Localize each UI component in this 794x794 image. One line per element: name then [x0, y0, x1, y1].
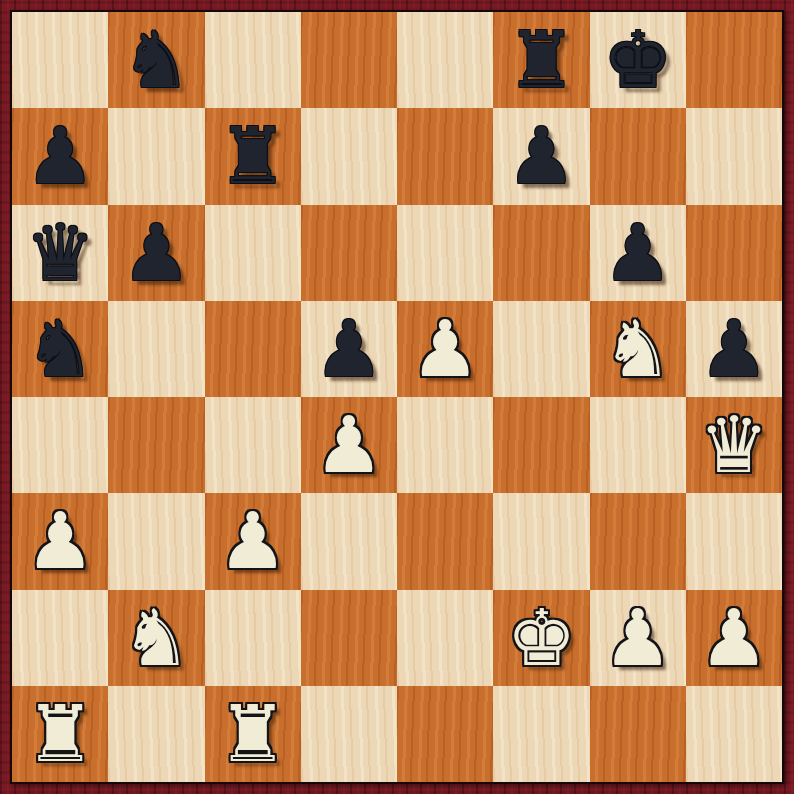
square-h3[interactable] — [686, 493, 782, 589]
square-f7[interactable]: ♟ — [493, 108, 589, 204]
square-g4[interactable] — [590, 397, 686, 493]
square-d7[interactable] — [301, 108, 397, 204]
square-a2[interactable] — [12, 590, 108, 686]
square-h7[interactable] — [686, 108, 782, 204]
square-g7[interactable] — [590, 108, 686, 204]
square-g8[interactable]: ♚ — [590, 12, 686, 108]
square-d8[interactable] — [301, 12, 397, 108]
square-g5[interactable]: ♞ — [590, 301, 686, 397]
square-d3[interactable] — [301, 493, 397, 589]
square-d6[interactable] — [301, 205, 397, 301]
square-h5[interactable]: ♟ — [686, 301, 782, 397]
white-rook-piece[interactable]: ♜ — [218, 686, 288, 782]
black-queen-piece[interactable]: ♛ — [25, 205, 95, 301]
square-h6[interactable] — [686, 205, 782, 301]
white-knight-piece[interactable]: ♞ — [603, 301, 673, 397]
square-b4[interactable] — [108, 397, 204, 493]
square-h2[interactable]: ♟ — [686, 590, 782, 686]
square-f4[interactable] — [493, 397, 589, 493]
square-d2[interactable] — [301, 590, 397, 686]
black-pawn-piece[interactable]: ♟ — [121, 205, 191, 301]
square-a6[interactable]: ♛ — [12, 205, 108, 301]
square-e1[interactable] — [397, 686, 493, 782]
white-pawn-piece[interactable]: ♟ — [218, 493, 288, 589]
square-c2[interactable] — [205, 590, 301, 686]
square-c6[interactable] — [205, 205, 301, 301]
white-pawn-piece[interactable]: ♟ — [25, 493, 95, 589]
square-d1[interactable] — [301, 686, 397, 782]
white-pawn-piece[interactable]: ♟ — [603, 590, 673, 686]
square-e6[interactable] — [397, 205, 493, 301]
white-pawn-piece[interactable]: ♟ — [699, 590, 769, 686]
black-pawn-piece[interactable]: ♟ — [25, 108, 95, 204]
square-f8[interactable]: ♜ — [493, 12, 589, 108]
black-pawn-piece[interactable]: ♟ — [699, 301, 769, 397]
square-f3[interactable] — [493, 493, 589, 589]
square-a5[interactable]: ♞ — [12, 301, 108, 397]
square-b1[interactable] — [108, 686, 204, 782]
square-b6[interactable]: ♟ — [108, 205, 204, 301]
white-knight-piece[interactable]: ♞ — [121, 590, 191, 686]
square-c3[interactable]: ♟ — [205, 493, 301, 589]
black-knight-piece[interactable]: ♞ — [121, 12, 191, 108]
square-f2[interactable]: ♚ — [493, 590, 589, 686]
square-f5[interactable] — [493, 301, 589, 397]
square-h8[interactable] — [686, 12, 782, 108]
square-h4[interactable]: ♛ — [686, 397, 782, 493]
square-c7[interactable]: ♜ — [205, 108, 301, 204]
black-knight-piece[interactable]: ♞ — [25, 301, 95, 397]
square-b5[interactable] — [108, 301, 204, 397]
square-d4[interactable]: ♟ — [301, 397, 397, 493]
square-a8[interactable] — [12, 12, 108, 108]
white-queen-piece[interactable]: ♛ — [699, 397, 769, 493]
square-e3[interactable] — [397, 493, 493, 589]
black-king-piece[interactable]: ♚ — [603, 12, 673, 108]
white-king-piece[interactable]: ♚ — [506, 590, 576, 686]
square-e2[interactable] — [397, 590, 493, 686]
white-rook-piece[interactable]: ♜ — [25, 686, 95, 782]
square-e7[interactable] — [397, 108, 493, 204]
square-b8[interactable]: ♞ — [108, 12, 204, 108]
black-pawn-piece[interactable]: ♟ — [506, 108, 576, 204]
white-pawn-piece[interactable]: ♟ — [410, 301, 480, 397]
board-frame: ♞♜♚♟♜♟♛♟♟♞♟♟♞♟♟♛♟♟♞♚♟♟♜♜ — [0, 0, 794, 794]
square-e4[interactable] — [397, 397, 493, 493]
square-a3[interactable]: ♟ — [12, 493, 108, 589]
black-rook-piece[interactable]: ♜ — [218, 108, 288, 204]
square-g3[interactable] — [590, 493, 686, 589]
square-b7[interactable] — [108, 108, 204, 204]
square-a1[interactable]: ♜ — [12, 686, 108, 782]
square-e5[interactable]: ♟ — [397, 301, 493, 397]
square-g1[interactable] — [590, 686, 686, 782]
square-e8[interactable] — [397, 12, 493, 108]
square-f6[interactable] — [493, 205, 589, 301]
square-f1[interactable] — [493, 686, 589, 782]
square-c5[interactable] — [205, 301, 301, 397]
black-pawn-piece[interactable]: ♟ — [603, 205, 673, 301]
square-d5[interactable]: ♟ — [301, 301, 397, 397]
square-a7[interactable]: ♟ — [12, 108, 108, 204]
square-c1[interactable]: ♜ — [205, 686, 301, 782]
chess-board: ♞♜♚♟♜♟♛♟♟♞♟♟♞♟♟♛♟♟♞♚♟♟♜♜ — [10, 10, 784, 784]
square-b3[interactable] — [108, 493, 204, 589]
black-pawn-piece[interactable]: ♟ — [314, 301, 384, 397]
square-a4[interactable] — [12, 397, 108, 493]
black-rook-piece[interactable]: ♜ — [506, 12, 576, 108]
square-g6[interactable]: ♟ — [590, 205, 686, 301]
square-h1[interactable] — [686, 686, 782, 782]
square-c8[interactable] — [205, 12, 301, 108]
white-pawn-piece[interactable]: ♟ — [314, 397, 384, 493]
square-b2[interactable]: ♞ — [108, 590, 204, 686]
square-g2[interactable]: ♟ — [590, 590, 686, 686]
square-c4[interactable] — [205, 397, 301, 493]
